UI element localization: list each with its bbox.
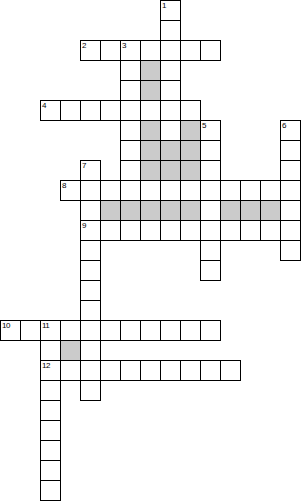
cell-r17-c4[interactable] <box>80 340 101 361</box>
cell-r10-c4[interactable] <box>80 200 101 221</box>
cell-r4-c7-shaded[interactable] <box>140 80 161 101</box>
clue-number-12: 12 <box>42 361 50 370</box>
cell-r9-c12[interactable] <box>240 180 261 201</box>
clue-number-5: 5 <box>202 121 206 130</box>
cell-r11-c9[interactable] <box>180 220 201 241</box>
cell-r9-c9[interactable] <box>180 180 201 201</box>
cell-r16-c4[interactable] <box>80 320 101 341</box>
cell-r2-c5[interactable] <box>100 40 121 61</box>
cell-r7-c7-shaded[interactable] <box>140 140 161 161</box>
cell-r9-c6[interactable] <box>120 180 141 201</box>
cell-r11-c12[interactable] <box>240 220 261 241</box>
cell-r9-c3[interactable]: 8 <box>60 180 81 201</box>
cell-r20-c2[interactable] <box>40 400 61 421</box>
cell-r5-c6[interactable] <box>120 100 141 121</box>
cell-r19-c4[interactable] <box>80 380 101 401</box>
cell-r8-c14[interactable] <box>280 160 301 181</box>
cell-r12-c14[interactable] <box>280 240 301 261</box>
cell-r9-c10[interactable] <box>200 180 221 201</box>
cell-r18-c3[interactable] <box>60 360 81 381</box>
clue-number-7: 7 <box>82 161 86 170</box>
cell-r7-c14[interactable] <box>280 140 301 161</box>
clue-number-9: 9 <box>82 221 86 230</box>
cell-r9-c8[interactable] <box>160 180 181 201</box>
cell-r2-c6[interactable]: 3 <box>120 40 141 61</box>
cell-r16-c9[interactable] <box>180 320 201 341</box>
cell-r24-c2[interactable] <box>40 480 61 501</box>
cell-r5-c2[interactable]: 4 <box>40 100 61 121</box>
cell-r7-c10[interactable] <box>200 140 221 161</box>
cell-r9-c11[interactable] <box>220 180 241 201</box>
cell-r12-c10[interactable] <box>200 240 221 261</box>
cell-r11-c13[interactable] <box>260 220 281 241</box>
cell-r11-c10[interactable] <box>200 220 221 241</box>
cell-r11-c7[interactable] <box>140 220 161 241</box>
cell-r11-c4[interactable]: 9 <box>80 220 101 241</box>
cell-r3-c8[interactable] <box>160 60 181 81</box>
cell-r16-c0[interactable]: 10 <box>0 320 21 341</box>
cell-r6-c9-shaded[interactable] <box>180 120 201 141</box>
cell-r18-c11[interactable] <box>220 360 241 381</box>
cell-r4-c6[interactable] <box>120 80 141 101</box>
cell-r16-c5[interactable] <box>100 320 121 341</box>
cell-r10-c10[interactable] <box>200 200 221 221</box>
cell-r10-c7-shaded[interactable] <box>140 200 161 221</box>
cell-r17-c3-shaded[interactable] <box>60 340 81 361</box>
cell-r2-c8[interactable] <box>160 40 181 61</box>
cell-r16-c8[interactable] <box>160 320 181 341</box>
cell-r5-c7[interactable] <box>140 100 161 121</box>
cell-r2-c4[interactable]: 2 <box>80 40 101 61</box>
cell-r5-c9[interactable] <box>180 100 201 121</box>
cell-r9-c4[interactable] <box>80 180 101 201</box>
cell-r8-c6[interactable] <box>120 160 141 181</box>
cell-r4-c8[interactable] <box>160 80 181 101</box>
cell-r9-c5[interactable] <box>100 180 121 201</box>
cell-r2-c9[interactable] <box>180 40 201 61</box>
cell-r9-c14[interactable] <box>280 180 301 201</box>
cell-r6-c8[interactable] <box>160 120 181 141</box>
cell-r18-c5[interactable] <box>100 360 121 381</box>
clue-number-8: 8 <box>62 181 66 190</box>
cell-r5-c4[interactable] <box>80 100 101 121</box>
cell-r19-c2[interactable] <box>40 380 61 401</box>
cell-r2-c7[interactable] <box>140 40 161 61</box>
cell-r5-c5[interactable] <box>100 100 121 121</box>
cell-r6-c6[interactable] <box>120 120 141 141</box>
cell-r8-c7-shaded[interactable] <box>140 160 161 181</box>
cell-r10-c5-shaded[interactable] <box>100 200 121 221</box>
cell-r16-c1[interactable] <box>20 320 41 341</box>
cell-r5-c3[interactable] <box>60 100 81 121</box>
cell-r18-c6[interactable] <box>120 360 141 381</box>
cell-r18-c4[interactable] <box>80 360 101 381</box>
cell-r3-c7-shaded[interactable] <box>140 60 161 81</box>
cell-r10-c8-shaded[interactable] <box>160 200 181 221</box>
cell-r8-c4[interactable]: 7 <box>80 160 101 181</box>
cell-r13-c10[interactable] <box>200 260 221 281</box>
cell-r22-c2[interactable] <box>40 440 61 461</box>
cell-r8-c10[interactable] <box>200 160 221 181</box>
clue-number-11: 11 <box>42 321 49 330</box>
clue-number-2: 2 <box>82 41 86 50</box>
cell-r23-c2[interactable] <box>40 460 61 481</box>
cell-r10-c14[interactable] <box>280 200 301 221</box>
clue-number-4: 4 <box>42 101 46 110</box>
cell-r11-c8[interactable] <box>160 220 181 241</box>
cell-r18-c9[interactable] <box>180 360 201 381</box>
cell-r13-c4[interactable] <box>80 260 101 281</box>
clue-number-6: 6 <box>282 121 286 130</box>
cell-r9-c7[interactable] <box>140 180 161 201</box>
cell-r7-c6[interactable] <box>120 140 141 161</box>
cell-r16-c2[interactable]: 11 <box>40 320 61 341</box>
cell-r10-c6-shaded[interactable] <box>120 200 141 221</box>
cell-r12-c4[interactable] <box>80 240 101 261</box>
cell-r10-c13-shaded[interactable] <box>260 200 281 221</box>
cell-r18-c2[interactable]: 12 <box>40 360 61 381</box>
cell-r10-c9-shaded[interactable] <box>180 200 201 221</box>
cell-r18-c8[interactable] <box>160 360 181 381</box>
cell-r8-c9-shaded[interactable] <box>180 160 201 181</box>
cell-r6-c10[interactable]: 5 <box>200 120 221 141</box>
cell-r3-c6[interactable] <box>120 60 141 81</box>
cell-r11-c6[interactable] <box>120 220 141 241</box>
clue-number-10: 10 <box>2 321 10 330</box>
crossword-board: 123456789101112 <box>0 0 301 501</box>
cell-r16-c3[interactable] <box>60 320 81 341</box>
cell-r15-c4[interactable] <box>80 300 101 321</box>
clue-number-3: 3 <box>122 41 126 50</box>
cell-r10-c11-shaded[interactable] <box>220 200 241 221</box>
cell-r6-c7-shaded[interactable] <box>140 120 161 141</box>
cell-r18-c7[interactable] <box>140 360 161 381</box>
cell-r18-c10[interactable] <box>200 360 221 381</box>
cell-r8-c8-shaded[interactable] <box>160 160 181 181</box>
cell-r11-c14[interactable] <box>280 220 301 241</box>
cell-r21-c2[interactable] <box>40 420 61 441</box>
cell-r1-c8[interactable] <box>160 20 181 41</box>
cell-r14-c4[interactable] <box>80 280 101 301</box>
cell-r10-c12-shaded[interactable] <box>240 200 261 221</box>
cell-r16-c10[interactable] <box>200 320 221 341</box>
cell-r2-c10[interactable] <box>200 40 221 61</box>
cell-r11-c5[interactable] <box>100 220 121 241</box>
cell-r9-c13[interactable] <box>260 180 281 201</box>
cell-r7-c8-shaded[interactable] <box>160 140 181 161</box>
cell-r6-c14[interactable]: 6 <box>280 120 301 141</box>
cell-r7-c9-shaded[interactable] <box>180 140 201 161</box>
cell-r11-c11[interactable] <box>220 220 241 241</box>
cell-r17-c2[interactable] <box>40 340 61 361</box>
cell-r16-c6[interactable] <box>120 320 141 341</box>
cell-r16-c7[interactable] <box>140 320 161 341</box>
cell-r0-c8[interactable]: 1 <box>160 0 181 21</box>
cell-r5-c8[interactable] <box>160 100 181 121</box>
clue-number-1: 1 <box>162 1 166 10</box>
crossword-page: 123456789101112 <box>0 0 301 501</box>
